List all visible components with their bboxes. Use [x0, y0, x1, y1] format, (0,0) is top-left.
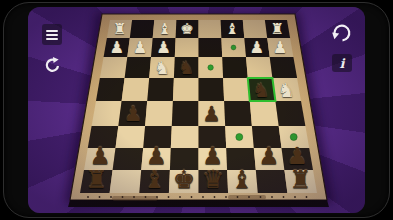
rim-stud [214, 196, 216, 198]
piece-white-rook-a1[interactable]: ♜ [271, 22, 284, 37]
rim-stud [260, 196, 262, 198]
piece-white-pawn-b2[interactable]: ♟ [249, 39, 264, 55]
square-g1[interactable] [130, 20, 155, 38]
hamburger-icon [46, 38, 58, 40]
square-h4[interactable] [96, 78, 125, 101]
info-button[interactable]: i [332, 54, 352, 72]
piece-black-bishop-f8[interactable]: ♝ [144, 166, 167, 191]
rim-stud [283, 196, 285, 198]
rim-stud [237, 196, 239, 198]
undo-button[interactable] [330, 22, 354, 42]
square-b1[interactable] [243, 20, 267, 38]
rim-stud [225, 196, 227, 198]
piece-white-bishop-f1[interactable]: ♝ [158, 22, 171, 37]
piece-white-pawn-g2[interactable]: ♟ [133, 39, 148, 55]
piece-black-rook-h8[interactable]: ♜ [85, 166, 108, 191]
legal-move-dot-d3[interactable] [208, 65, 213, 70]
rim-stud [294, 196, 296, 198]
rim-stud [271, 196, 273, 198]
square-g3[interactable] [125, 57, 151, 78]
rotate-board-button[interactable] [42, 55, 62, 73]
square-f4[interactable] [147, 78, 174, 101]
square-g6[interactable] [116, 126, 146, 148]
rim-stud [99, 196, 101, 198]
square-d4[interactable] [199, 78, 225, 101]
square-g8[interactable] [110, 170, 142, 193]
piece-black-pawn-d5[interactable]: ♟ [202, 104, 221, 125]
square-h3[interactable] [100, 57, 127, 78]
rim-stud [191, 196, 193, 198]
rim-stud [87, 196, 89, 198]
app-screen: ♜♝♚♝♜♟♟♟♟♟♞♞♞♞♟♟♟♟♟♟♟♜♝♚♛♝♜ i [28, 7, 365, 213]
piece-white-pawn-f2[interactable]: ♟ [156, 39, 171, 55]
square-c3[interactable] [222, 57, 248, 78]
piece-black-bishop-c8[interactable]: ♝ [231, 166, 254, 191]
piece-black-pawn-b7[interactable]: ♟ [258, 145, 279, 169]
square-c4[interactable] [223, 78, 250, 101]
screenshot-canvas: ♜♝♚♝♜♟♟♟♟♟♞♞♞♞♟♟♟♟♟♟♟♜♝♚♛♝♜ i [0, 0, 393, 220]
rim-stud [122, 196, 124, 198]
piece-white-bishop-c1[interactable]: ♝ [226, 22, 239, 37]
chess-board [28, 7, 365, 213]
square-d1[interactable] [199, 20, 222, 38]
square-c5[interactable] [224, 101, 252, 126]
piece-black-king-e8[interactable]: ♚ [173, 166, 196, 191]
square-a5[interactable] [275, 101, 305, 126]
piece-white-rook-h1[interactable]: ♜ [113, 22, 126, 37]
piece-black-knight-e3[interactable]: ♞ [178, 59, 194, 77]
legal-move-dot-c2[interactable] [231, 45, 236, 50]
piece-black-pawn-g5[interactable]: ♟ [124, 104, 143, 125]
rim-stud [248, 196, 250, 198]
square-b3[interactable] [246, 57, 272, 78]
rim-stud [306, 196, 308, 198]
piece-white-knight-a4[interactable]: ♞ [278, 80, 295, 99]
square-g4[interactable] [122, 78, 150, 101]
piece-black-queen-d8[interactable]: ♛ [202, 166, 225, 191]
hamburger-icon [46, 34, 58, 36]
piece-black-rook-a8[interactable]: ♜ [289, 166, 312, 191]
rim-stud [156, 196, 158, 198]
piece-white-king-e1[interactable]: ♚ [180, 22, 193, 37]
square-g7[interactable] [113, 148, 144, 170]
menu-button[interactable] [42, 24, 62, 45]
rim-stud [202, 196, 204, 198]
legal-move-dot-a6[interactable] [290, 134, 297, 141]
square-e5[interactable] [172, 101, 199, 126]
rim-stud [179, 196, 181, 198]
square-e2[interactable] [175, 38, 199, 57]
square-d2[interactable] [199, 38, 223, 57]
rim-stud [145, 196, 147, 198]
piece-white-pawn-h2[interactable]: ♟ [110, 39, 125, 55]
piece-white-pawn-a2[interactable]: ♟ [273, 39, 288, 55]
piece-white-knight-f3[interactable]: ♞ [154, 59, 170, 77]
rim-stud [110, 196, 112, 198]
square-e4[interactable] [173, 78, 199, 101]
undo-arrow-icon [331, 23, 353, 42]
rim-stud [133, 196, 135, 198]
square-b5[interactable] [250, 101, 279, 126]
info-icon: i [340, 56, 345, 71]
rim-stud [168, 196, 170, 198]
square-a3[interactable] [270, 57, 297, 78]
rotate-icon [44, 56, 61, 73]
square-b8[interactable] [256, 170, 288, 193]
square-e6[interactable] [171, 126, 199, 148]
piece-black-knight-b4[interactable]: ♞ [253, 80, 270, 99]
board-frame-front [68, 200, 329, 207]
legal-move-dot-c6[interactable] [236, 134, 243, 141]
square-f5[interactable] [145, 101, 173, 126]
frame-engraving [112, 196, 158, 201]
hamburger-icon [46, 30, 58, 32]
square-h5[interactable] [92, 101, 122, 126]
game-layer: ♜♝♚♝♜♟♟♟♟♟♞♞♞♞♟♟♟♟♟♟♟♜♝♚♛♝♜ i [28, 7, 365, 213]
